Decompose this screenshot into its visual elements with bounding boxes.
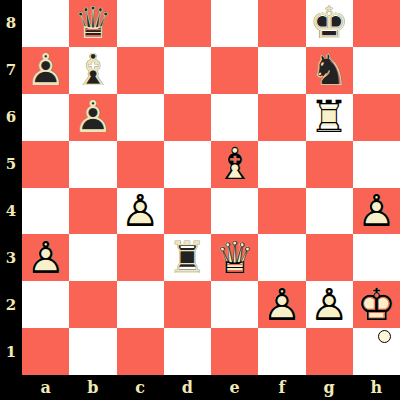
square-e6[interactable] — [211, 94, 258, 141]
square-d3[interactable]: ♜♖ — [164, 234, 211, 281]
square-e3[interactable]: ♛♕ — [211, 234, 258, 281]
square-c2[interactable] — [117, 281, 164, 328]
white-pawn[interactable]: ♟♙ — [22, 234, 69, 281]
square-b6[interactable]: ♟♙ — [69, 94, 116, 141]
square-d8[interactable] — [164, 0, 211, 47]
file-label-b: b — [69, 375, 116, 400]
black-queen-outline: ♕ — [69, 0, 116, 47]
rank-label-1: 1 — [0, 328, 22, 375]
square-b5[interactable] — [69, 141, 116, 188]
square-a6[interactable] — [22, 94, 69, 141]
square-f5[interactable] — [258, 141, 305, 188]
white-bishop-outline: ♗ — [211, 141, 258, 188]
square-b4[interactable] — [69, 188, 116, 235]
square-c4[interactable]: ♟♙ — [117, 188, 164, 235]
square-d2[interactable] — [164, 281, 211, 328]
rank-label-5: 5 — [0, 141, 22, 188]
square-d5[interactable] — [164, 141, 211, 188]
square-a2[interactable] — [22, 281, 69, 328]
black-knight-outline: ♘ — [306, 47, 353, 94]
white-queen[interactable]: ♛♕ — [211, 234, 258, 281]
white-pawn-outline: ♙ — [117, 188, 164, 235]
white-pawn-outline: ♙ — [306, 281, 353, 328]
square-d6[interactable] — [164, 94, 211, 141]
square-h4[interactable]: ♟♙ — [353, 188, 400, 235]
black-rook[interactable]: ♜♖ — [164, 234, 211, 281]
white-bishop[interactable]: ♝♗ — [211, 141, 258, 188]
square-b8[interactable]: ♛♕ — [69, 0, 116, 47]
black-rook-outline: ♖ — [164, 234, 211, 281]
rank-label-3: 3 — [0, 234, 22, 281]
chess-board-screenshot: 87654321 ♛♕♚♔♟♙♝♗♞♘♟♙♜♖♝♗♟♙♟♙♟♙♜♖♛♕♟♙♟♙♚… — [0, 0, 400, 400]
square-f4[interactable] — [258, 188, 305, 235]
white-king[interactable]: ♚♔ — [353, 281, 400, 328]
file-label-g: g — [306, 375, 353, 400]
square-c6[interactable] — [117, 94, 164, 141]
square-e4[interactable] — [211, 188, 258, 235]
rank-label-2: 2 — [0, 281, 22, 328]
square-h8[interactable] — [353, 0, 400, 47]
square-g5[interactable] — [306, 141, 353, 188]
file-label-c: c — [117, 375, 164, 400]
square-a8[interactable] — [22, 0, 69, 47]
white-king-outline: ♔ — [353, 281, 400, 328]
black-pawn-outline: ♙ — [22, 47, 69, 94]
square-f8[interactable] — [258, 0, 305, 47]
square-g8[interactable]: ♚♔ — [306, 0, 353, 47]
white-pawn[interactable]: ♟♙ — [258, 281, 305, 328]
rank-label-7: 7 — [0, 47, 22, 94]
square-f2[interactable]: ♟♙ — [258, 281, 305, 328]
file-label-f: f — [258, 375, 305, 400]
square-h3[interactable] — [353, 234, 400, 281]
square-e1[interactable] — [211, 328, 258, 375]
square-e5[interactable]: ♝♗ — [211, 141, 258, 188]
square-a1[interactable] — [22, 328, 69, 375]
black-bishop-outline: ♗ — [69, 47, 116, 94]
white-rook[interactable]: ♜♖ — [306, 94, 353, 141]
square-h6[interactable] — [353, 94, 400, 141]
file-label-d: d — [164, 375, 211, 400]
square-a4[interactable] — [22, 188, 69, 235]
square-h5[interactable] — [353, 141, 400, 188]
rank-labels: 87654321 — [0, 0, 22, 375]
file-label-e: e — [211, 375, 258, 400]
square-g3[interactable] — [306, 234, 353, 281]
square-g7[interactable]: ♞♘ — [306, 47, 353, 94]
white-pawn-outline: ♙ — [22, 234, 69, 281]
file-label-a: a — [22, 375, 69, 400]
black-pawn[interactable]: ♟♙ — [69, 94, 116, 141]
square-f3[interactable] — [258, 234, 305, 281]
file-label-h: h — [353, 375, 400, 400]
white-to-move-indicator — [378, 330, 391, 343]
square-e2[interactable] — [211, 281, 258, 328]
square-b3[interactable] — [69, 234, 116, 281]
square-f1[interactable] — [258, 328, 305, 375]
white-pawn-outline: ♙ — [353, 188, 400, 235]
square-g4[interactable] — [306, 188, 353, 235]
square-h1[interactable] — [353, 328, 400, 375]
square-g1[interactable] — [306, 328, 353, 375]
square-d7[interactable] — [164, 47, 211, 94]
rank-label-6: 6 — [0, 94, 22, 141]
file-labels: abcdefgh — [22, 375, 400, 400]
square-e8[interactable] — [211, 0, 258, 47]
white-queen-outline: ♕ — [211, 234, 258, 281]
square-a3[interactable]: ♟♙ — [22, 234, 69, 281]
square-f7[interactable] — [258, 47, 305, 94]
white-pawn[interactable]: ♟♙ — [117, 188, 164, 235]
square-h2[interactable]: ♚♔ — [353, 281, 400, 328]
square-g2[interactable]: ♟♙ — [306, 281, 353, 328]
square-a5[interactable] — [22, 141, 69, 188]
white-pawn-outline: ♙ — [258, 281, 305, 328]
square-b7[interactable]: ♝♗ — [69, 47, 116, 94]
black-queen[interactable]: ♛♕ — [69, 0, 116, 47]
black-king-outline: ♔ — [306, 0, 353, 47]
chess-board: ♛♕♚♔♟♙♝♗♞♘♟♙♜♖♝♗♟♙♟♙♟♙♜♖♛♕♟♙♟♙♚♔ — [22, 0, 400, 375]
white-pawn[interactable]: ♟♙ — [306, 281, 353, 328]
square-a7[interactable]: ♟♙ — [22, 47, 69, 94]
white-rook-outline: ♖ — [306, 94, 353, 141]
white-pawn[interactable]: ♟♙ — [353, 188, 400, 235]
rank-label-4: 4 — [0, 188, 22, 235]
black-pawn[interactable]: ♟♙ — [22, 47, 69, 94]
square-c5[interactable] — [117, 141, 164, 188]
black-king[interactable]: ♚♔ — [306, 0, 353, 47]
square-b2[interactable] — [69, 281, 116, 328]
rank-label-8: 8 — [0, 0, 22, 47]
square-c8[interactable] — [117, 0, 164, 47]
black-bishop[interactable]: ♝♗ — [69, 47, 116, 94]
square-b1[interactable] — [69, 328, 116, 375]
square-d1[interactable] — [164, 328, 211, 375]
square-c3[interactable] — [117, 234, 164, 281]
black-knight[interactable]: ♞♘ — [306, 47, 353, 94]
square-g6[interactable]: ♜♖ — [306, 94, 353, 141]
square-f6[interactable] — [258, 94, 305, 141]
square-d4[interactable] — [164, 188, 211, 235]
square-c1[interactable] — [117, 328, 164, 375]
square-c7[interactable] — [117, 47, 164, 94]
square-e7[interactable] — [211, 47, 258, 94]
square-h7[interactable] — [353, 47, 400, 94]
black-pawn-outline: ♙ — [69, 94, 116, 141]
